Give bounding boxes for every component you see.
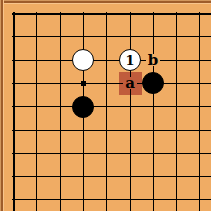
grid-line-horizontal xyxy=(12,176,211,177)
grid-line-horizontal xyxy=(12,199,211,200)
stone-black xyxy=(72,96,94,118)
board-frame-left xyxy=(0,0,4,211)
grid-line-horizontal xyxy=(12,153,211,154)
go-diagram: ab1 xyxy=(0,0,211,211)
grid-line-vertical xyxy=(60,12,61,211)
grid-line-vertical xyxy=(13,12,15,211)
stone-white: 1 xyxy=(119,49,141,71)
board-frame-top xyxy=(0,0,211,4)
grid-line-vertical xyxy=(199,12,200,211)
star-point-marker xyxy=(81,81,86,86)
grid-line-vertical xyxy=(130,12,131,211)
go-board: ab1 xyxy=(0,0,211,211)
grid-line-vertical xyxy=(106,12,107,211)
letter-label-a: a xyxy=(120,75,140,91)
grid-line-vertical xyxy=(176,12,177,211)
grid-line-vertical xyxy=(153,12,154,211)
grid-line-vertical xyxy=(36,12,37,211)
grid-line-horizontal xyxy=(12,106,211,107)
stone-number-label: 1 xyxy=(125,54,134,67)
stone-white xyxy=(72,49,94,71)
grid-line-horizontal xyxy=(12,36,211,37)
grid-line-horizontal xyxy=(12,60,211,61)
letter-label-b: b xyxy=(143,52,163,68)
grid-line-horizontal xyxy=(12,130,211,131)
grid-line-horizontal xyxy=(12,83,211,84)
stone-black xyxy=(142,72,164,94)
grid-line-horizontal xyxy=(12,13,211,15)
